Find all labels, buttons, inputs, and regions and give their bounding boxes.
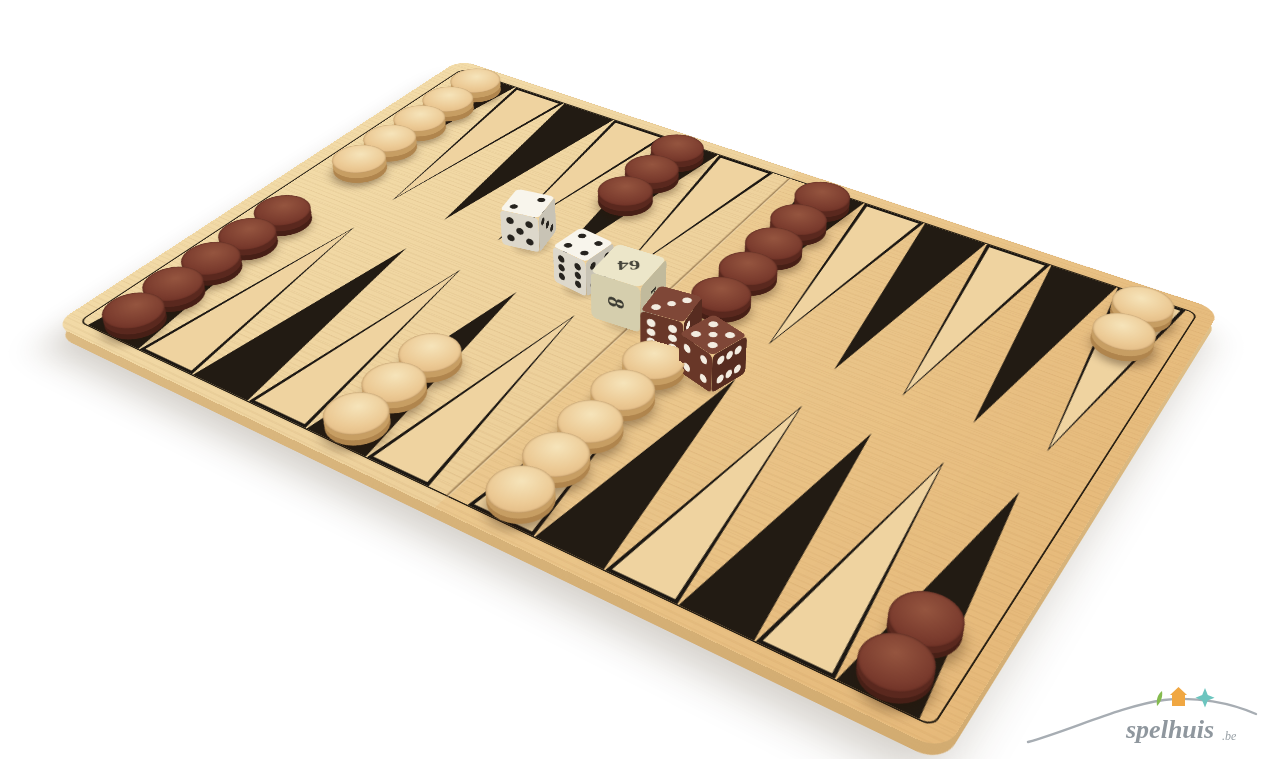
watermark-house-icon [1170, 687, 1187, 706]
watermark-tld: .be [1222, 729, 1237, 743]
watermark-spelhuis: spelhuis .be [1016, 676, 1266, 756]
board-surface: 6482 [53, 59, 1220, 752]
watermark-sprout-icon [1157, 691, 1163, 706]
backgammon-board: 6482 [53, 59, 1220, 752]
cube-face-top: 64 [590, 243, 666, 287]
watermark-star-icon [1195, 688, 1214, 708]
product-photo: 6482 spelhuis .be [0, 0, 1280, 759]
watermark-text: spelhuis [1125, 715, 1214, 744]
